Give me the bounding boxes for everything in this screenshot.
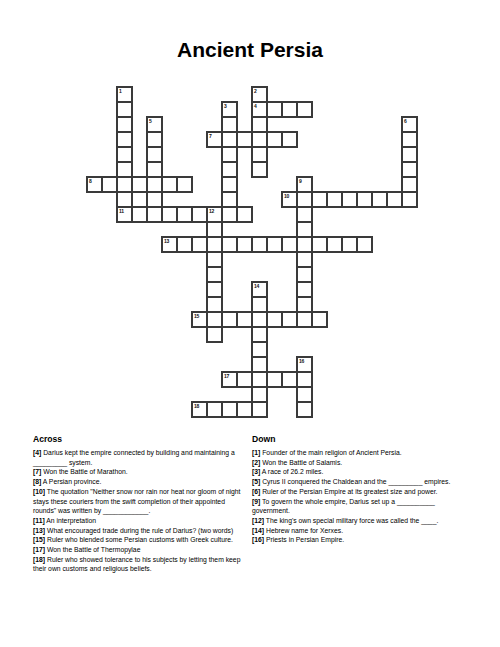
clue: [16] Priests in Persian Empire.: [252, 535, 474, 545]
grid-cell[interactable]: [296, 101, 313, 118]
clue: [15] Ruler who blended some Persian cust…: [33, 535, 249, 545]
grid-cell[interactable]: [251, 401, 268, 418]
clue: [8] A Persian province.: [33, 477, 249, 487]
crossword-grid: 123456789101112131415161718: [0, 0, 500, 430]
across-clue-list: [4] Darius kept the empire connected by …: [33, 448, 249, 574]
clue: [14] Hebrew name for Xerxes.: [252, 526, 474, 536]
clue: [17] Won the Battle of Thermopylae: [33, 545, 249, 555]
crossword-worksheet: { "game": "crossword", "title": "Ancient…: [0, 0, 500, 647]
cell-number: 13: [164, 238, 169, 244]
cell-number: 6: [404, 118, 406, 124]
cell-number: 7: [209, 133, 211, 139]
clue-number: [17]: [33, 546, 45, 553]
clue-number: [18]: [33, 556, 45, 563]
grid-cell[interactable]: [311, 311, 328, 328]
cell-number: 10: [284, 193, 289, 199]
clue-number: [7]: [33, 468, 41, 475]
clue-number: [15]: [33, 536, 45, 543]
clue: [1] Founder of the main religion of Anci…: [252, 448, 474, 458]
clue: [9] To govern the whole empire, Darius s…: [252, 497, 474, 516]
down-header: Down: [252, 434, 474, 444]
cell-number: 2: [254, 88, 256, 94]
cell-number: 18: [194, 403, 199, 409]
clue: [18] Ruler who showed tolerance to his s…: [33, 555, 249, 574]
grid-cell[interactable]: [296, 401, 313, 418]
cell-number: 16: [299, 358, 304, 364]
grid-cell[interactable]: [251, 161, 268, 178]
across-clues-section: Across [4] Darius kept the empire connec…: [33, 434, 249, 574]
clue-number: [10]: [33, 488, 45, 495]
clue: [5] Cyrus II conquered the Chaldean and …: [252, 477, 474, 487]
clue: [10] The quotation "Neither snow nor rai…: [33, 487, 249, 516]
cell-number: 9: [299, 178, 301, 184]
down-clue-list: [1] Founder of the main religion of Anci…: [252, 448, 474, 545]
grid-cell[interactable]: [206, 326, 223, 343]
clue: [13] What encouraged trade during the ru…: [33, 526, 249, 536]
clue-number: [12]: [252, 517, 264, 524]
cell-number: 12: [209, 208, 214, 214]
clue-number: [13]: [33, 527, 45, 534]
clue: [6] Ruler of the Persian Empire at its g…: [252, 487, 474, 497]
cell-number: 17: [224, 373, 229, 379]
clue-number: [5]: [252, 478, 260, 485]
grid-cell[interactable]: [236, 206, 253, 223]
cell-number: 8: [89, 178, 91, 184]
cell-number: 1: [119, 88, 121, 94]
cell-number: 4: [254, 103, 256, 109]
clue-number: [6]: [252, 488, 260, 495]
cell-number: 11: [119, 208, 124, 214]
cell-number: 15: [194, 313, 199, 319]
clue-number: [16]: [252, 536, 264, 543]
grid-cell[interactable]: [176, 176, 193, 193]
clue: [11] An interpretation: [33, 516, 249, 526]
clue-number: [9]: [252, 498, 260, 505]
grid-cell[interactable]: [281, 131, 298, 148]
clue-number: [8]: [33, 478, 41, 485]
clue: [3] A race of 26.2 miles.: [252, 467, 474, 477]
grid-cell[interactable]: [401, 191, 418, 208]
grid-cell[interactable]: [356, 236, 373, 253]
cell-number: 3: [224, 103, 226, 109]
clue-number: [3]: [252, 468, 260, 475]
clue-number: [11]: [33, 517, 45, 524]
clue-number: [4]: [33, 449, 41, 456]
clue: [12] The king's own special military for…: [252, 516, 474, 526]
clue-number: [1]: [252, 449, 260, 456]
clue-number: [14]: [252, 527, 264, 534]
cell-number: 5: [149, 118, 151, 124]
clue: [4] Darius kept the empire connected by …: [33, 448, 249, 467]
clue: [7] Won the Battle of Marathon.: [33, 467, 249, 477]
cell-number: 14: [254, 283, 259, 289]
down-clues-section: Down [1] Founder of the main religion of…: [252, 434, 474, 545]
clue: [2] Won the Battle of Salamis.: [252, 458, 474, 468]
clue-number: [2]: [252, 459, 260, 466]
across-header: Across: [33, 434, 249, 444]
